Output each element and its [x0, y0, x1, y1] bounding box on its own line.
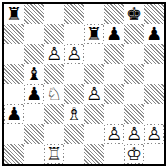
piece-black-bishop[interactable]: ♝: [25, 65, 43, 83]
piece-white-pawn[interactable]: ♙: [145, 125, 163, 143]
piece-black-king[interactable]: ♚: [125, 5, 143, 23]
square-d5[interactable]: [64, 64, 84, 84]
square-e7[interactable]: ♜: [84, 24, 104, 44]
piece-white-rook[interactable]: ♖: [45, 145, 63, 163]
square-b2[interactable]: [24, 124, 44, 144]
square-f6[interactable]: [104, 44, 124, 64]
square-c3[interactable]: [44, 104, 64, 124]
square-a5[interactable]: [4, 64, 24, 84]
square-g3[interactable]: [124, 104, 144, 124]
piece-black-rook[interactable]: ♜: [5, 5, 23, 23]
square-a1[interactable]: [4, 144, 24, 164]
square-h5[interactable]: [144, 64, 164, 84]
piece-black-pawn[interactable]: ♟: [105, 25, 123, 43]
square-a8[interactable]: ♜: [4, 4, 24, 24]
square-d2[interactable]: [64, 124, 84, 144]
chess-diagram: ♜♚♜♟♟♙♙♝♟♘♙♟♗♙♙♙♖♔: [0, 0, 168, 168]
square-d8[interactable]: [64, 4, 84, 24]
piece-white-bishop[interactable]: ♗: [65, 105, 83, 123]
square-g5[interactable]: [124, 64, 144, 84]
piece-black-rook[interactable]: ♜: [85, 25, 103, 43]
piece-white-knight[interactable]: ♘: [45, 85, 63, 103]
square-e3[interactable]: [84, 104, 104, 124]
square-f8[interactable]: [104, 4, 124, 24]
square-g2[interactable]: ♙: [124, 124, 144, 144]
square-c5[interactable]: [44, 64, 64, 84]
square-d7[interactable]: [64, 24, 84, 44]
piece-white-pawn[interactable]: ♙: [125, 125, 143, 143]
square-d1[interactable]: [64, 144, 84, 164]
square-a6[interactable]: [4, 44, 24, 64]
square-e1[interactable]: [84, 144, 104, 164]
piece-black-pawn[interactable]: ♟: [5, 105, 23, 123]
square-a7[interactable]: [4, 24, 24, 44]
square-a3[interactable]: ♟: [4, 104, 24, 124]
square-b6[interactable]: [24, 44, 44, 64]
square-b7[interactable]: [24, 24, 44, 44]
square-e8[interactable]: [84, 4, 104, 24]
square-e6[interactable]: [84, 44, 104, 64]
square-h3[interactable]: [144, 104, 164, 124]
square-c4[interactable]: ♘: [44, 84, 64, 104]
square-b3[interactable]: [24, 104, 44, 124]
piece-white-pawn[interactable]: ♙: [45, 45, 63, 63]
square-d3[interactable]: ♗: [64, 104, 84, 124]
square-f7[interactable]: ♟: [104, 24, 124, 44]
square-b4[interactable]: ♟: [24, 84, 44, 104]
square-d6[interactable]: ♙: [64, 44, 84, 64]
square-h2[interactable]: ♙: [144, 124, 164, 144]
piece-white-king[interactable]: ♔: [125, 145, 143, 163]
square-g7[interactable]: [124, 24, 144, 44]
square-f1[interactable]: [104, 144, 124, 164]
piece-black-pawn[interactable]: ♟: [25, 85, 43, 103]
square-g4[interactable]: [124, 84, 144, 104]
square-c8[interactable]: [44, 4, 64, 24]
square-e5[interactable]: [84, 64, 104, 84]
square-e4[interactable]: ♙: [84, 84, 104, 104]
square-a2[interactable]: [4, 124, 24, 144]
piece-white-pawn[interactable]: ♙: [85, 85, 103, 103]
square-a4[interactable]: [4, 84, 24, 104]
piece-white-pawn[interactable]: ♙: [65, 45, 83, 63]
square-d4[interactable]: [64, 84, 84, 104]
square-b5[interactable]: ♝: [24, 64, 44, 84]
piece-white-pawn[interactable]: ♙: [105, 125, 123, 143]
square-c6[interactable]: ♙: [44, 44, 64, 64]
square-h7[interactable]: ♟: [144, 24, 164, 44]
square-h1[interactable]: [144, 144, 164, 164]
square-b8[interactable]: [24, 4, 44, 24]
square-c7[interactable]: [44, 24, 64, 44]
square-f5[interactable]: [104, 64, 124, 84]
square-h8[interactable]: [144, 4, 164, 24]
square-f3[interactable]: [104, 104, 124, 124]
square-g6[interactable]: [124, 44, 144, 64]
square-g1[interactable]: ♔: [124, 144, 144, 164]
square-h4[interactable]: [144, 84, 164, 104]
square-e2[interactable]: [84, 124, 104, 144]
square-f4[interactable]: [104, 84, 124, 104]
board-border: ♜♚♜♟♟♙♙♝♟♘♙♟♗♙♙♙♖♔: [2, 2, 166, 166]
square-f2[interactable]: ♙: [104, 124, 124, 144]
square-c1[interactable]: ♖: [44, 144, 64, 164]
chess-board: ♜♚♜♟♟♙♙♝♟♘♙♟♗♙♙♙♖♔: [4, 4, 164, 164]
piece-black-pawn[interactable]: ♟: [145, 25, 163, 43]
square-c2[interactable]: [44, 124, 64, 144]
square-b1[interactable]: [24, 144, 44, 164]
square-g8[interactable]: ♚: [124, 4, 144, 24]
square-h6[interactable]: [144, 44, 164, 64]
